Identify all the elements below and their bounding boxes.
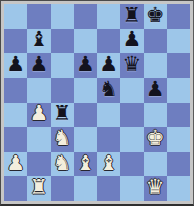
- square-h8[interactable]: [167, 4, 190, 29]
- piece-white-bishop[interactable]: ♝: [76, 153, 95, 174]
- piece-black-pawn[interactable]: ♟: [29, 54, 48, 75]
- square-a8[interactable]: [4, 4, 27, 29]
- square-h5[interactable]: [167, 78, 190, 103]
- piece-black-queen[interactable]: ♛: [122, 54, 141, 75]
- piece-black-pawn[interactable]: ♟: [122, 29, 141, 50]
- square-e7[interactable]: [97, 29, 120, 54]
- square-d2[interactable]: ♝: [74, 152, 97, 177]
- square-f6[interactable]: ♛: [120, 53, 143, 78]
- square-c1[interactable]: [51, 176, 74, 201]
- square-b6[interactable]: ♟: [27, 53, 50, 78]
- square-b2[interactable]: [27, 152, 50, 177]
- square-b5[interactable]: [27, 78, 50, 103]
- square-h1[interactable]: [167, 176, 190, 201]
- square-g2[interactable]: [144, 152, 167, 177]
- square-f4[interactable]: [120, 103, 143, 128]
- square-d8[interactable]: [74, 4, 97, 29]
- square-d6[interactable]: ♟: [74, 53, 97, 78]
- piece-white-queen[interactable]: ♛: [146, 177, 165, 198]
- chess-board-frame: ♜♚♝♟♟♟♟♟♛♞♟♟♜♞♚♟♞♝♝♜♛: [0, 0, 194, 206]
- square-g6[interactable]: [144, 53, 167, 78]
- piece-white-king[interactable]: ♚: [146, 128, 165, 149]
- square-a7[interactable]: [4, 29, 27, 54]
- square-h3[interactable]: [167, 127, 190, 152]
- square-f5[interactable]: [120, 78, 143, 103]
- square-c2[interactable]: ♞: [51, 152, 74, 177]
- square-d7[interactable]: [74, 29, 97, 54]
- square-e3[interactable]: [97, 127, 120, 152]
- square-g1[interactable]: ♛: [144, 176, 167, 201]
- piece-black-rook[interactable]: ♜: [53, 103, 72, 124]
- square-a5[interactable]: [4, 78, 27, 103]
- square-d4[interactable]: [74, 103, 97, 128]
- piece-black-knight[interactable]: ♞: [99, 79, 118, 100]
- piece-white-knight[interactable]: ♞: [53, 153, 72, 174]
- square-a3[interactable]: [4, 127, 27, 152]
- piece-white-knight[interactable]: ♞: [53, 128, 72, 149]
- square-c8[interactable]: [51, 4, 74, 29]
- square-g8[interactable]: ♚: [144, 4, 167, 29]
- square-b1[interactable]: ♜: [27, 176, 50, 201]
- square-a6[interactable]: ♟: [4, 53, 27, 78]
- square-b8[interactable]: [27, 4, 50, 29]
- square-c6[interactable]: [51, 53, 74, 78]
- square-e4[interactable]: [97, 103, 120, 128]
- chess-board: ♜♚♝♟♟♟♟♟♛♞♟♟♜♞♚♟♞♝♝♜♛: [4, 4, 190, 201]
- piece-black-rook[interactable]: ♜: [122, 5, 141, 26]
- square-c4[interactable]: ♜: [51, 103, 74, 128]
- square-f8[interactable]: ♜: [120, 4, 143, 29]
- piece-black-bishop[interactable]: ♝: [29, 29, 48, 50]
- square-h7[interactable]: [167, 29, 190, 54]
- square-d5[interactable]: [74, 78, 97, 103]
- square-e2[interactable]: ♝: [97, 152, 120, 177]
- square-e8[interactable]: [97, 4, 120, 29]
- piece-black-pawn[interactable]: ♟: [6, 54, 25, 75]
- square-f2[interactable]: [120, 152, 143, 177]
- square-a2[interactable]: ♟: [4, 152, 27, 177]
- piece-white-bishop[interactable]: ♝: [99, 153, 118, 174]
- piece-black-king[interactable]: ♚: [146, 5, 165, 26]
- piece-white-pawn[interactable]: ♟: [29, 103, 48, 124]
- square-d1[interactable]: [74, 176, 97, 201]
- square-b4[interactable]: ♟: [27, 103, 50, 128]
- square-a1[interactable]: [4, 176, 27, 201]
- square-h2[interactable]: [167, 152, 190, 177]
- square-e6[interactable]: ♟: [97, 53, 120, 78]
- square-c5[interactable]: [51, 78, 74, 103]
- square-d3[interactable]: [74, 127, 97, 152]
- piece-black-pawn[interactable]: ♟: [99, 54, 118, 75]
- square-f1[interactable]: [120, 176, 143, 201]
- piece-black-pawn[interactable]: ♟: [146, 79, 165, 100]
- square-g4[interactable]: [144, 103, 167, 128]
- square-g5[interactable]: ♟: [144, 78, 167, 103]
- square-c3[interactable]: ♞: [51, 127, 74, 152]
- square-b7[interactable]: ♝: [27, 29, 50, 54]
- piece-white-rook[interactable]: ♜: [29, 177, 48, 198]
- square-f7[interactable]: ♟: [120, 29, 143, 54]
- square-g3[interactable]: ♚: [144, 127, 167, 152]
- square-e1[interactable]: [97, 176, 120, 201]
- square-a4[interactable]: [4, 103, 27, 128]
- square-h4[interactable]: [167, 103, 190, 128]
- square-h6[interactable]: [167, 53, 190, 78]
- piece-black-pawn[interactable]: ♟: [76, 54, 95, 75]
- square-e5[interactable]: ♞: [97, 78, 120, 103]
- piece-white-pawn[interactable]: ♟: [6, 153, 25, 174]
- square-f3[interactable]: [120, 127, 143, 152]
- square-c7[interactable]: [51, 29, 74, 54]
- square-g7[interactable]: [144, 29, 167, 54]
- square-b3[interactable]: [27, 127, 50, 152]
